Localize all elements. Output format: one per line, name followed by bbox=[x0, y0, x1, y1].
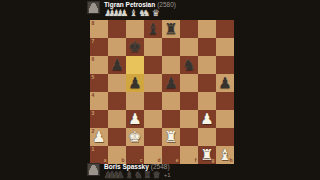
square-a4[interactable]: 4 bbox=[90, 92, 108, 110]
square-d1[interactable]: d bbox=[144, 146, 162, 164]
piece-black-pawn[interactable]: ♟ bbox=[128, 74, 141, 92]
rank-label-6: 6 bbox=[92, 57, 95, 62]
captured-black-knight: ♞ bbox=[134, 171, 142, 180]
captured-black-bishop: ♝ bbox=[125, 171, 133, 180]
square-c3[interactable]: ♟ bbox=[126, 110, 144, 128]
square-b8[interactable] bbox=[108, 20, 126, 38]
square-e3[interactable] bbox=[162, 110, 180, 128]
square-d7[interactable] bbox=[144, 38, 162, 56]
captured-pieces-top: ♟♟♟♟♟♝♞♞♛ bbox=[104, 9, 176, 18]
square-e4[interactable] bbox=[162, 92, 180, 110]
square-g8[interactable] bbox=[198, 20, 216, 38]
piece-black-bishop[interactable]: ♝ bbox=[146, 20, 159, 38]
square-d5[interactable] bbox=[144, 74, 162, 92]
square-e1[interactable]: e bbox=[162, 146, 180, 164]
square-d6[interactable] bbox=[144, 56, 162, 74]
captured-black-pawn: ♟ bbox=[116, 171, 124, 180]
square-a6[interactable]: 6 bbox=[90, 56, 108, 74]
rank-label-5: 5 bbox=[92, 75, 95, 80]
captured-black-rook: ♜ bbox=[143, 171, 151, 180]
bottom-player-name[interactable]: Boris Spassky bbox=[104, 163, 149, 170]
square-h1[interactable]: h♝ bbox=[216, 146, 234, 164]
square-b4[interactable] bbox=[108, 92, 126, 110]
square-c2[interactable]: ♚ bbox=[126, 128, 144, 146]
square-c5[interactable]: ♟ bbox=[126, 74, 144, 92]
rank-label-3: 3 bbox=[92, 111, 95, 116]
bottom-player-row: Boris Spassky(2548) ♟♟♟♟♝♞♜♛ +1 bbox=[87, 163, 170, 180]
piece-white-rook[interactable]: ♜ bbox=[164, 128, 177, 146]
piece-black-king[interactable]: ♚ bbox=[128, 38, 141, 56]
square-e6[interactable] bbox=[162, 56, 180, 74]
piece-black-pawn[interactable]: ♟ bbox=[110, 56, 123, 74]
captured-white-pawn: ♟ bbox=[120, 9, 128, 18]
top-player-avatar[interactable] bbox=[87, 1, 100, 14]
square-c4[interactable] bbox=[126, 92, 144, 110]
top-player-rating: (2580) bbox=[157, 1, 176, 8]
square-g2[interactable] bbox=[198, 128, 216, 146]
square-c8[interactable] bbox=[126, 20, 144, 38]
square-e2[interactable]: ♜ bbox=[162, 128, 180, 146]
square-e5[interactable]: ♟ bbox=[162, 74, 180, 92]
piece-white-pawn[interactable]: ♟ bbox=[92, 128, 105, 146]
square-f2[interactable] bbox=[180, 128, 198, 146]
bottom-player-rating: (2548) bbox=[151, 163, 170, 170]
captured-white-bishop: ♝ bbox=[129, 9, 137, 18]
square-g3[interactable]: ♟ bbox=[198, 110, 216, 128]
square-f1[interactable]: f bbox=[180, 146, 198, 164]
file-label-h: h bbox=[229, 158, 232, 163]
piece-black-pawn[interactable]: ♟ bbox=[218, 74, 231, 92]
rank-label-8: 8 bbox=[92, 21, 95, 26]
rank-label-1: 1 bbox=[92, 147, 95, 152]
file-label-e: e bbox=[176, 158, 179, 163]
captured-pieces-bottom: ♟♟♟♟♝♞♜♛ +1 bbox=[104, 171, 170, 180]
file-label-f: f bbox=[195, 158, 197, 163]
top-player-name[interactable]: Tigran Petrosian bbox=[104, 1, 155, 8]
piece-black-pawn[interactable]: ♟ bbox=[164, 74, 177, 92]
rank-label-7: 7 bbox=[92, 39, 95, 44]
captured-glyphs-bottom: ♟♟♟♟♝♞♜♛ bbox=[104, 171, 161, 180]
piece-black-rook[interactable]: ♜ bbox=[164, 20, 177, 38]
square-h5[interactable]: ♟ bbox=[216, 74, 234, 92]
square-g4[interactable] bbox=[198, 92, 216, 110]
square-f5[interactable] bbox=[180, 74, 198, 92]
square-e8[interactable]: ♜ bbox=[162, 20, 180, 38]
rank-label-4: 4 bbox=[92, 93, 95, 98]
square-g5[interactable] bbox=[198, 74, 216, 92]
square-b3[interactable] bbox=[108, 110, 126, 128]
square-a5[interactable]: 5 bbox=[90, 74, 108, 92]
square-c6[interactable] bbox=[126, 56, 144, 74]
square-a2[interactable]: 2♟ bbox=[90, 128, 108, 146]
square-h4[interactable] bbox=[216, 92, 234, 110]
captured-white-knight: ♞ bbox=[143, 9, 151, 18]
piece-white-pawn[interactable]: ♟ bbox=[128, 110, 141, 128]
bottom-player-avatar[interactable] bbox=[87, 163, 100, 176]
square-h8[interactable] bbox=[216, 20, 234, 38]
square-g6[interactable] bbox=[198, 56, 216, 74]
square-f3[interactable] bbox=[180, 110, 198, 128]
square-h6[interactable] bbox=[216, 56, 234, 74]
square-b6[interactable]: ♟ bbox=[108, 56, 126, 74]
square-a7[interactable]: 7 bbox=[90, 38, 108, 56]
square-d4[interactable] bbox=[144, 92, 162, 110]
piece-white-king[interactable]: ♚ bbox=[128, 128, 141, 146]
square-f4[interactable] bbox=[180, 92, 198, 110]
square-d2[interactable] bbox=[144, 128, 162, 146]
square-a3[interactable]: 3 bbox=[90, 110, 108, 128]
square-d3[interactable] bbox=[144, 110, 162, 128]
square-b7[interactable] bbox=[108, 38, 126, 56]
captured-white-queen: ♛ bbox=[152, 9, 160, 18]
square-g7[interactable] bbox=[198, 38, 216, 56]
piece-white-pawn[interactable]: ♟ bbox=[200, 110, 213, 128]
file-label-g: g bbox=[211, 158, 214, 163]
piece-black-knight[interactable]: ♞ bbox=[182, 56, 195, 74]
chess-board[interactable]: 8♝♜7♚6♟♞5♟♟♟43♟♟2♟♚♜1abcdefg♜h♝ bbox=[90, 20, 234, 164]
top-player-row: Tigran Petrosian(2580) ♟♟♟♟♟♝♞♞♛ bbox=[87, 1, 176, 18]
square-h2[interactable] bbox=[216, 128, 234, 146]
square-h3[interactable] bbox=[216, 110, 234, 128]
captured-black-queen: ♛ bbox=[153, 171, 161, 180]
square-h7[interactable] bbox=[216, 38, 234, 56]
square-f7[interactable] bbox=[180, 38, 198, 56]
app-window: Tigran Petrosian(2580) ♟♟♟♟♟♝♞♞♛ 8♝♜7♚6♟… bbox=[0, 0, 320, 180]
square-c7[interactable]: ♚ bbox=[126, 38, 144, 56]
square-b1[interactable]: b bbox=[108, 146, 126, 164]
square-f6[interactable]: ♞ bbox=[180, 56, 198, 74]
rank-label-2: 2 bbox=[92, 129, 95, 134]
square-f8[interactable] bbox=[180, 20, 198, 38]
square-a1[interactable]: 1a bbox=[90, 146, 108, 164]
square-b2[interactable] bbox=[108, 128, 126, 146]
square-b5[interactable] bbox=[108, 74, 126, 92]
square-d8[interactable]: ♝ bbox=[144, 20, 162, 38]
square-g1[interactable]: g♜ bbox=[198, 146, 216, 164]
square-e7[interactable] bbox=[162, 38, 180, 56]
material-advantage-badge: +1 bbox=[164, 171, 171, 180]
square-a8[interactable]: 8 bbox=[90, 20, 108, 38]
square-c1[interactable]: c bbox=[126, 146, 144, 164]
